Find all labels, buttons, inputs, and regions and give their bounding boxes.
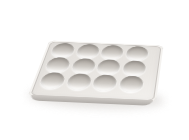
cup-cell-r2c4 [120,60,148,76]
muffin-cup [96,59,121,75]
muffin-cup [38,72,66,89]
cup-cell-r3c4 [117,75,146,92]
cup-cell-r3c3 [90,74,120,91]
cup-grid [37,43,151,91]
muffin-cup [119,75,145,92]
muffin-pan [28,40,164,102]
cup-cell-r2c3 [94,59,123,75]
muffin-cup [50,43,76,58]
muffin-cup [100,45,125,60]
muffin-cup [92,74,118,91]
cup-cell-r1c3 [98,45,126,60]
muffin-cup [125,46,149,61]
muffin-cup [44,57,71,73]
muffin-cup [65,73,92,90]
muffin-cup [75,44,100,59]
muffin-cup [122,60,147,76]
product-photo-muffin-pan [0,0,189,140]
muffin-cup [70,58,96,74]
cup-cell-r1c4 [123,46,150,61]
